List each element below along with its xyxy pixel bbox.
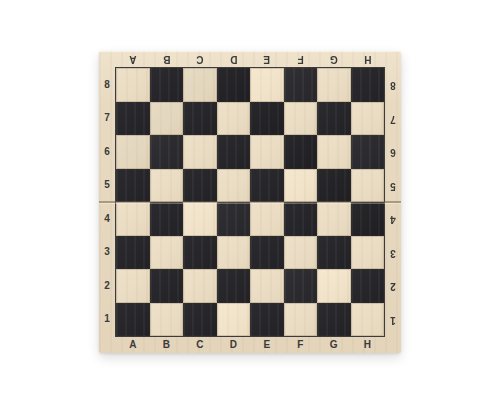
square-d2[interactable]	[217, 269, 251, 303]
file-label-top-a: A	[116, 51, 150, 67]
square-d6[interactable]	[217, 135, 251, 169]
square-c2[interactable]	[183, 269, 217, 303]
file-label-top-b: B	[150, 51, 184, 67]
rank-label-right-5: 5	[385, 169, 401, 203]
square-d5[interactable]	[217, 169, 251, 203]
square-b1[interactable]	[150, 303, 184, 337]
file-label-bottom-b: B	[150, 337, 184, 353]
photo-background: ABCDEFGH ABCDEFGH 87654321 87654321	[0, 0, 500, 400]
file-label-top-f: F	[284, 51, 318, 67]
square-c5[interactable]	[183, 169, 217, 203]
square-g7[interactable]	[317, 102, 351, 136]
square-f1[interactable]	[284, 303, 318, 337]
rank-label-left-4: 4	[99, 202, 115, 236]
square-c6[interactable]	[183, 135, 217, 169]
rank-label-right-1: 1	[385, 303, 401, 337]
square-e1[interactable]	[250, 303, 284, 337]
square-a1[interactable]	[116, 303, 150, 337]
rank-label-left-2: 2	[99, 269, 115, 303]
rank-label-right-7: 7	[385, 102, 401, 136]
file-label-top-d: D	[217, 51, 251, 67]
square-h8[interactable]	[351, 68, 385, 102]
square-b8[interactable]	[150, 68, 184, 102]
square-a3[interactable]	[116, 236, 150, 270]
file-label-bottom-f: F	[284, 337, 318, 353]
square-a7[interactable]	[116, 102, 150, 136]
file-label-bottom-a: A	[116, 337, 150, 353]
file-labels-bottom: ABCDEFGH	[116, 337, 384, 353]
square-h1[interactable]	[351, 303, 385, 337]
chessboard: ABCDEFGH ABCDEFGH 87654321 87654321	[99, 51, 401, 353]
square-e3[interactable]	[250, 236, 284, 270]
square-f2[interactable]	[284, 269, 318, 303]
square-g8[interactable]	[317, 68, 351, 102]
rank-label-left-6: 6	[99, 135, 115, 169]
file-label-bottom-h: H	[351, 337, 385, 353]
rank-labels-left: 87654321	[99, 68, 115, 336]
square-b3[interactable]	[150, 236, 184, 270]
rank-labels-right: 87654321	[385, 68, 401, 336]
square-b4[interactable]	[150, 202, 184, 236]
square-h2[interactable]	[351, 269, 385, 303]
square-g1[interactable]	[317, 303, 351, 337]
square-c1[interactable]	[183, 303, 217, 337]
square-h6[interactable]	[351, 135, 385, 169]
board-squares	[116, 68, 384, 336]
square-b5[interactable]	[150, 169, 184, 203]
rank-label-right-3: 3	[385, 236, 401, 270]
square-f8[interactable]	[284, 68, 318, 102]
square-c8[interactable]	[183, 68, 217, 102]
square-g4[interactable]	[317, 202, 351, 236]
square-f6[interactable]	[284, 135, 318, 169]
rank-label-left-8: 8	[99, 68, 115, 102]
square-c7[interactable]	[183, 102, 217, 136]
square-e8[interactable]	[250, 68, 284, 102]
square-c4[interactable]	[183, 202, 217, 236]
square-g5[interactable]	[317, 169, 351, 203]
square-d4[interactable]	[217, 202, 251, 236]
square-e4[interactable]	[250, 202, 284, 236]
square-g2[interactable]	[317, 269, 351, 303]
square-e6[interactable]	[250, 135, 284, 169]
square-e7[interactable]	[250, 102, 284, 136]
rank-label-right-2: 2	[385, 269, 401, 303]
board-playing-area	[115, 67, 385, 337]
square-a5[interactable]	[116, 169, 150, 203]
file-labels-top: ABCDEFGH	[116, 51, 384, 67]
square-h7[interactable]	[351, 102, 385, 136]
square-g3[interactable]	[317, 236, 351, 270]
square-a2[interactable]	[116, 269, 150, 303]
square-b7[interactable]	[150, 102, 184, 136]
square-h5[interactable]	[351, 169, 385, 203]
file-label-bottom-d: D	[217, 337, 251, 353]
square-h4[interactable]	[351, 202, 385, 236]
rank-label-right-6: 6	[385, 135, 401, 169]
rank-label-left-5: 5	[99, 169, 115, 203]
square-e5[interactable]	[250, 169, 284, 203]
file-label-bottom-g: G	[317, 337, 351, 353]
square-a6[interactable]	[116, 135, 150, 169]
square-f7[interactable]	[284, 102, 318, 136]
square-f4[interactable]	[284, 202, 318, 236]
file-label-top-c: C	[183, 51, 217, 67]
file-label-top-g: G	[317, 51, 351, 67]
square-d7[interactable]	[217, 102, 251, 136]
file-label-top-e: E	[250, 51, 284, 67]
square-e2[interactable]	[250, 269, 284, 303]
file-label-bottom-c: C	[183, 337, 217, 353]
square-f5[interactable]	[284, 169, 318, 203]
file-label-top-h: H	[351, 51, 385, 67]
square-d8[interactable]	[217, 68, 251, 102]
square-a4[interactable]	[116, 202, 150, 236]
square-g6[interactable]	[317, 135, 351, 169]
rank-label-right-8: 8	[385, 68, 401, 102]
rank-label-left-3: 3	[99, 236, 115, 270]
square-d3[interactable]	[217, 236, 251, 270]
square-h3[interactable]	[351, 236, 385, 270]
square-b2[interactable]	[150, 269, 184, 303]
file-label-bottom-e: E	[250, 337, 284, 353]
square-f3[interactable]	[284, 236, 318, 270]
square-c3[interactable]	[183, 236, 217, 270]
rank-label-left-7: 7	[99, 102, 115, 136]
square-b6[interactable]	[150, 135, 184, 169]
square-a8[interactable]	[116, 68, 150, 102]
rank-label-left-1: 1	[99, 303, 115, 337]
square-d1[interactable]	[217, 303, 251, 337]
rank-label-right-4: 4	[385, 202, 401, 236]
